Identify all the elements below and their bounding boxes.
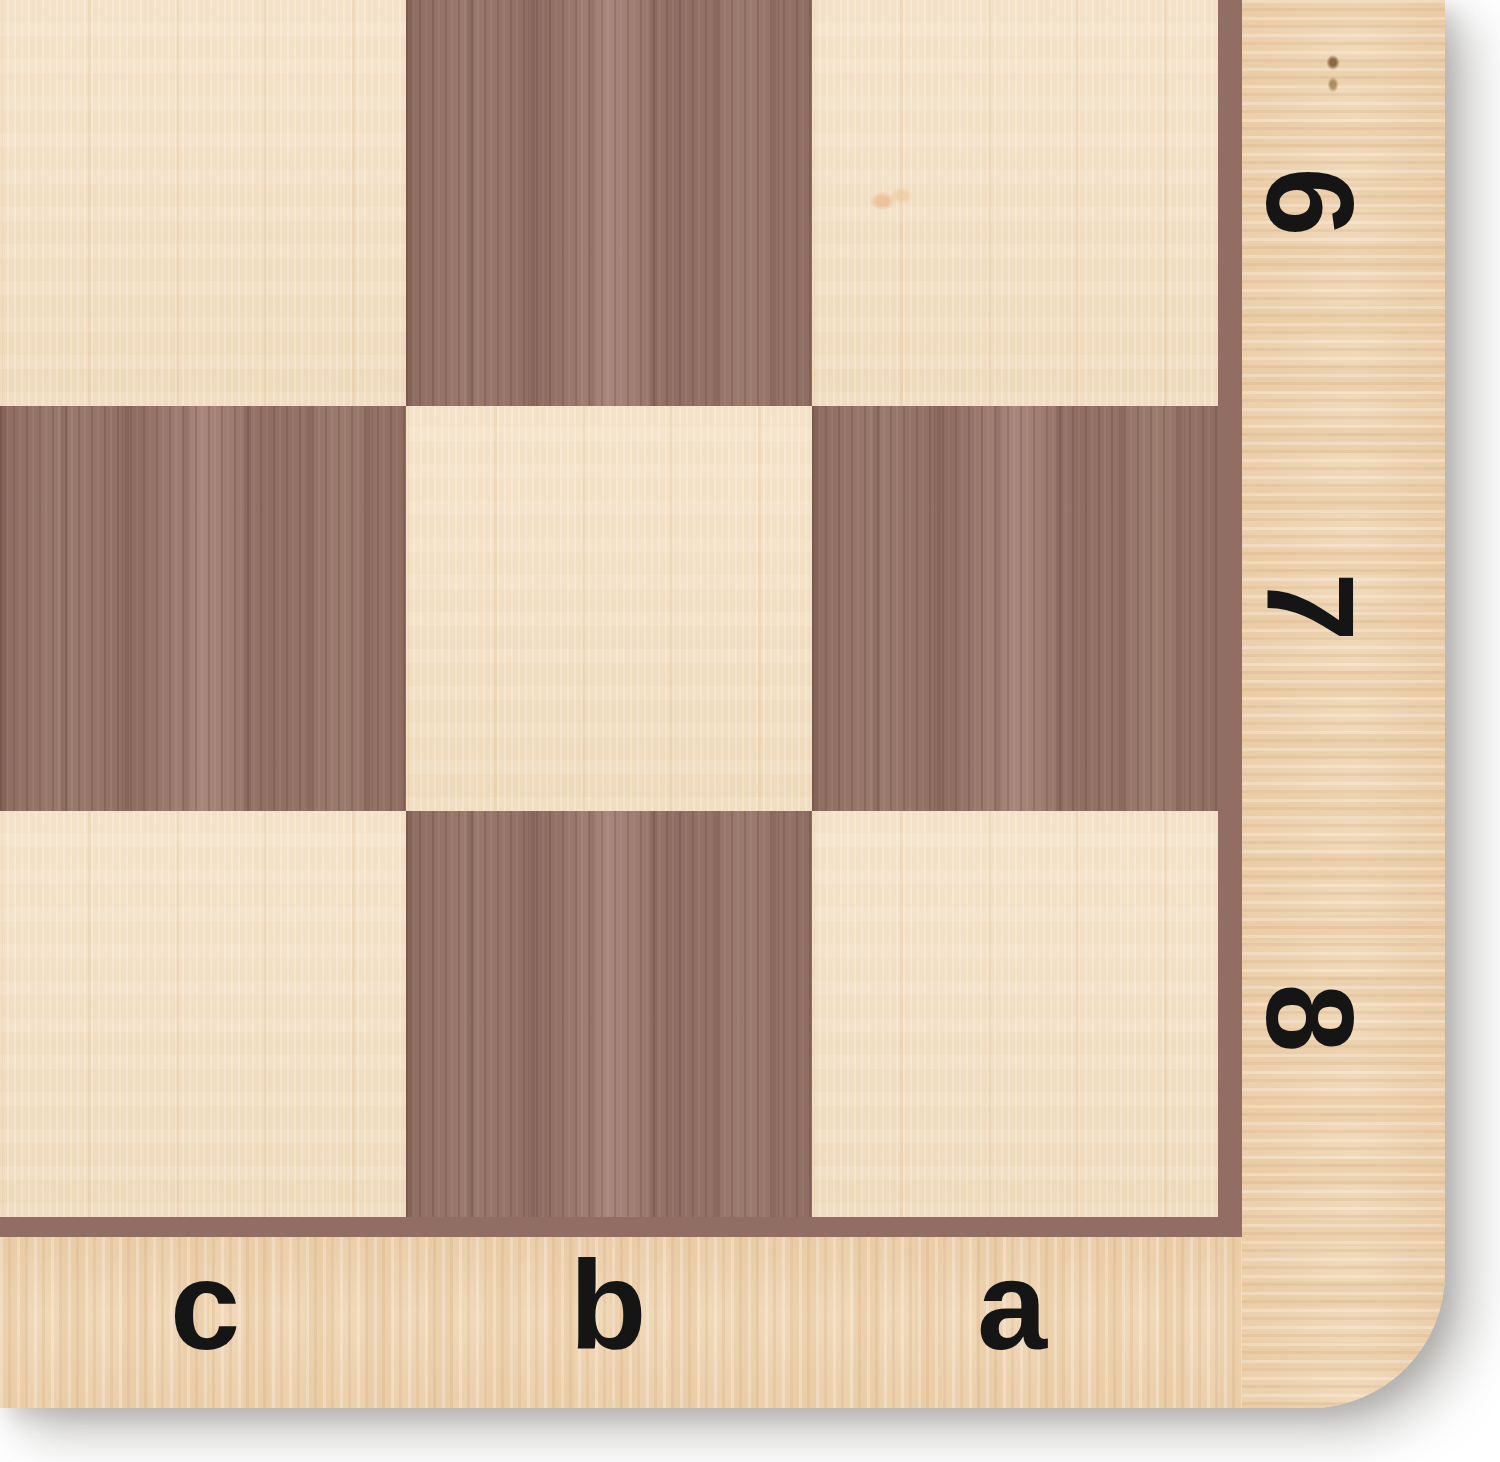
square-a8[interactable] [812,811,1218,1217]
board-frame-line [0,0,1242,1237]
file-label-b: b [508,1240,708,1372]
wood-knot-a6 [858,178,922,220]
wood-knot-border [1322,50,1344,98]
rank-label-8: 8 [1240,948,1380,1088]
chess-board: 6 7 8 c b a [0,0,1445,1408]
file-label-c: c [105,1240,305,1372]
square-a7[interactable] [812,406,1218,812]
board-grid [0,0,1218,1217]
square-c7[interactable] [0,406,406,812]
square-c6[interactable] [0,0,406,406]
rank-label-6: 6 [1240,132,1380,272]
square-b7[interactable] [406,406,812,812]
square-c8[interactable] [0,811,406,1217]
square-b6[interactable] [406,0,812,406]
file-label-a: a [912,1240,1112,1372]
square-b8[interactable] [406,811,812,1217]
rank-label-7: 7 [1240,537,1380,677]
